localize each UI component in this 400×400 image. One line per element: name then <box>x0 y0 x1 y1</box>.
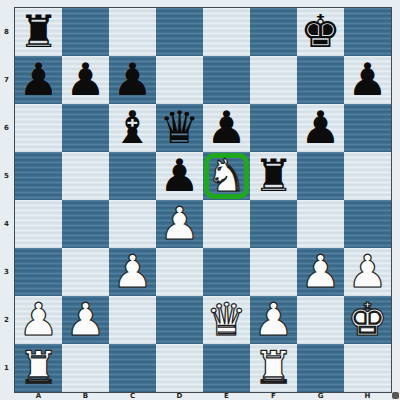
square-a8[interactable]: ♜ <box>15 8 62 56</box>
rank-label-6: 6 <box>0 104 13 152</box>
square-d4[interactable]: ♟ <box>156 200 203 248</box>
square-e4[interactable] <box>203 200 250 248</box>
square-c2[interactable] <box>109 296 156 344</box>
file-label-b: B <box>62 393 109 400</box>
square-a5[interactable] <box>15 152 62 200</box>
rank-label-5: 5 <box>0 152 13 200</box>
square-h3[interactable]: ♟ <box>344 248 391 296</box>
square-b2[interactable]: ♟ <box>62 296 109 344</box>
square-h8[interactable] <box>344 8 391 56</box>
square-g1[interactable] <box>297 344 344 392</box>
square-f8[interactable] <box>250 8 297 56</box>
white-pawn[interactable]: ♟ <box>15 296 62 344</box>
black-queen[interactable]: ♛ <box>156 104 203 152</box>
rank-label-8: 8 <box>0 8 13 56</box>
black-bishop[interactable]: ♝ <box>109 104 156 152</box>
square-e2[interactable]: ♛ <box>203 296 250 344</box>
square-f2[interactable]: ♟ <box>250 296 297 344</box>
square-g2[interactable] <box>297 296 344 344</box>
square-c1[interactable] <box>109 344 156 392</box>
square-f1[interactable]: ♜ <box>250 344 297 392</box>
square-e1[interactable] <box>203 344 250 392</box>
white-pawn[interactable]: ♟ <box>62 296 109 344</box>
square-a3[interactable] <box>15 248 62 296</box>
black-king[interactable]: ♚ <box>297 8 344 56</box>
white-rook[interactable]: ♜ <box>250 344 297 392</box>
chess-app-page: ♜♚♟♟♟♟♝♛♟♟♟♞♜♟♟♟♟♟♟♛♟♚♜♜ 87654321 ABCDEF… <box>0 0 400 400</box>
file-label-c: C <box>109 393 156 400</box>
file-label-h: H <box>344 393 391 400</box>
file-label-a: A <box>15 393 62 400</box>
square-c6[interactable]: ♝ <box>109 104 156 152</box>
black-rook[interactable]: ♜ <box>15 8 62 56</box>
black-pawn[interactable]: ♟ <box>62 56 109 104</box>
square-e3[interactable] <box>203 248 250 296</box>
square-g4[interactable] <box>297 200 344 248</box>
square-d1[interactable] <box>156 344 203 392</box>
square-h5[interactable] <box>344 152 391 200</box>
square-b5[interactable] <box>62 152 109 200</box>
white-knight[interactable]: ♞ <box>203 152 250 200</box>
square-d8[interactable] <box>156 8 203 56</box>
white-pawn[interactable]: ♟ <box>109 248 156 296</box>
white-pawn[interactable]: ♟ <box>344 248 391 296</box>
square-c3[interactable]: ♟ <box>109 248 156 296</box>
square-a7[interactable]: ♟ <box>15 56 62 104</box>
square-e6[interactable]: ♟ <box>203 104 250 152</box>
square-g6[interactable]: ♟ <box>297 104 344 152</box>
square-d3[interactable] <box>156 248 203 296</box>
black-pawn[interactable]: ♟ <box>15 56 62 104</box>
square-c5[interactable] <box>109 152 156 200</box>
square-b7[interactable]: ♟ <box>62 56 109 104</box>
square-h6[interactable] <box>344 104 391 152</box>
square-f3[interactable] <box>250 248 297 296</box>
white-king[interactable]: ♚ <box>344 296 391 344</box>
file-label-d: D <box>156 393 203 400</box>
square-a6[interactable] <box>15 104 62 152</box>
square-h2[interactable]: ♚ <box>344 296 391 344</box>
rank-label-4: 4 <box>0 200 13 248</box>
square-c8[interactable] <box>109 8 156 56</box>
square-b3[interactable] <box>62 248 109 296</box>
square-g7[interactable] <box>297 56 344 104</box>
square-e5[interactable]: ♞ <box>203 152 250 200</box>
white-pawn[interactable]: ♟ <box>297 248 344 296</box>
file-label-f: F <box>250 393 297 400</box>
square-b4[interactable] <box>62 200 109 248</box>
chess-board: ♜♚♟♟♟♟♝♛♟♟♟♞♜♟♟♟♟♟♟♛♟♚♜♜ <box>14 7 392 393</box>
white-queen[interactable]: ♛ <box>203 296 250 344</box>
square-a4[interactable] <box>15 200 62 248</box>
square-e8[interactable] <box>203 8 250 56</box>
square-d7[interactable] <box>156 56 203 104</box>
white-pawn[interactable]: ♟ <box>250 296 297 344</box>
square-e7[interactable] <box>203 56 250 104</box>
square-h1[interactable] <box>344 344 391 392</box>
rank-label-3: 3 <box>0 248 13 296</box>
square-f5[interactable]: ♜ <box>250 152 297 200</box>
rank-label-1: 1 <box>0 344 13 392</box>
square-b8[interactable] <box>62 8 109 56</box>
square-b1[interactable] <box>62 344 109 392</box>
square-f4[interactable] <box>250 200 297 248</box>
rank-label-2: 2 <box>0 296 13 344</box>
square-d6[interactable]: ♛ <box>156 104 203 152</box>
file-label-g: G <box>297 393 344 400</box>
square-d2[interactable] <box>156 296 203 344</box>
square-d5[interactable]: ♟ <box>156 152 203 200</box>
black-pawn[interactable]: ♟ <box>109 56 156 104</box>
square-b6[interactable] <box>62 104 109 152</box>
square-g3[interactable]: ♟ <box>297 248 344 296</box>
square-g5[interactable] <box>297 152 344 200</box>
corner-mark-icon <box>392 392 399 399</box>
white-pawn[interactable]: ♟ <box>156 200 203 248</box>
black-pawn[interactable]: ♟ <box>156 152 203 200</box>
white-rook[interactable]: ♜ <box>15 344 62 392</box>
square-h4[interactable] <box>344 200 391 248</box>
square-h7[interactable]: ♟ <box>344 56 391 104</box>
square-g8[interactable]: ♚ <box>297 8 344 56</box>
square-c7[interactable]: ♟ <box>109 56 156 104</box>
black-pawn[interactable]: ♟ <box>203 104 250 152</box>
square-c4[interactable] <box>109 200 156 248</box>
square-a2[interactable]: ♟ <box>15 296 62 344</box>
file-label-e: E <box>203 393 250 400</box>
black-pawn[interactable]: ♟ <box>297 104 344 152</box>
square-f7[interactable] <box>250 56 297 104</box>
rank-label-7: 7 <box>0 56 13 104</box>
black-rook[interactable]: ♜ <box>250 152 297 200</box>
square-a1[interactable]: ♜ <box>15 344 62 392</box>
square-f6[interactable] <box>250 104 297 152</box>
black-pawn[interactable]: ♟ <box>344 56 391 104</box>
